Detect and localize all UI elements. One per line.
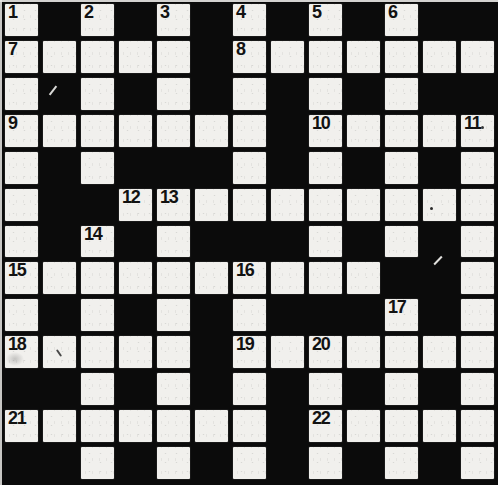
black-cell-r6c6 bbox=[233, 226, 266, 258]
white-cell-r3c0[interactable]: 9 bbox=[5, 115, 38, 147]
white-cell-r1c10[interactable] bbox=[385, 41, 418, 73]
black-cell-r2c5 bbox=[195, 78, 228, 110]
black-cell-r2c12 bbox=[461, 78, 494, 110]
black-cell-r2c3 bbox=[119, 78, 152, 110]
black-cell-r10c0 bbox=[5, 373, 38, 405]
clue-number-22: 22 bbox=[312, 408, 330, 428]
clue-number-13: 13 bbox=[160, 187, 178, 207]
white-cell-r10c6[interactable] bbox=[233, 373, 266, 405]
black-cell-r5c2 bbox=[81, 189, 114, 221]
white-cell-r1c1[interactable] bbox=[43, 41, 76, 73]
white-cell-r9c10[interactable] bbox=[385, 336, 418, 368]
white-cell-r12c6[interactable] bbox=[233, 447, 266, 479]
black-cell-r6c9 bbox=[347, 226, 380, 258]
white-cell-r3c3[interactable] bbox=[119, 115, 152, 147]
white-cell-r10c12[interactable] bbox=[461, 373, 494, 405]
white-cell-r11c4[interactable] bbox=[157, 410, 190, 442]
clue-number-6: 6 bbox=[388, 2, 397, 22]
clue-number-19: 19 bbox=[236, 334, 254, 354]
white-cell-r2c4[interactable] bbox=[157, 78, 190, 110]
white-cell-r9c3[interactable] bbox=[119, 336, 152, 368]
white-cell-r7c8[interactable] bbox=[309, 262, 342, 294]
white-cell-r6c0[interactable] bbox=[5, 226, 38, 258]
white-cell-r9c1[interactable] bbox=[43, 336, 76, 368]
white-cell-r5c12[interactable] bbox=[461, 189, 494, 221]
black-cell-r0c11 bbox=[423, 4, 456, 36]
white-cell-r3c2[interactable] bbox=[81, 115, 114, 147]
black-cell-r4c7 bbox=[271, 152, 304, 184]
black-cell-r0c1 bbox=[43, 4, 76, 36]
black-cell-r10c9 bbox=[347, 373, 380, 405]
white-cell-r0c2[interactable]: 2 bbox=[81, 4, 114, 36]
white-cell-r5c6[interactable] bbox=[233, 189, 266, 221]
white-cell-r6c8[interactable] bbox=[309, 226, 342, 258]
black-cell-r4c4 bbox=[157, 152, 190, 184]
white-cell-r6c12[interactable] bbox=[461, 226, 494, 258]
clue-number-3: 3 bbox=[160, 2, 169, 22]
white-cell-r12c2[interactable] bbox=[81, 447, 114, 479]
clue-number-16: 16 bbox=[236, 260, 254, 280]
white-cell-r8c2[interactable] bbox=[81, 299, 114, 331]
clue-number-11: 11 bbox=[464, 113, 481, 133]
black-cell-r8c3 bbox=[119, 299, 152, 331]
black-cell-r12c0 bbox=[5, 447, 38, 479]
clue-number-18: 18 bbox=[8, 334, 26, 354]
white-cell-r10c8[interactable] bbox=[309, 373, 342, 405]
white-cell-r11c8[interactable]: 22 bbox=[309, 410, 342, 442]
white-cell-r2c8[interactable] bbox=[309, 78, 342, 110]
black-cell-r8c5 bbox=[195, 299, 228, 331]
white-cell-r1c11[interactable] bbox=[423, 41, 456, 73]
black-cell-r0c3 bbox=[119, 4, 152, 36]
black-cell-r12c3 bbox=[119, 447, 152, 479]
white-cell-r9c11[interactable] bbox=[423, 336, 456, 368]
white-cell-r7c1[interactable] bbox=[43, 262, 76, 294]
white-cell-r3c11[interactable] bbox=[423, 115, 456, 147]
white-cell-r1c12[interactable] bbox=[461, 41, 494, 73]
white-cell-r8c12[interactable] bbox=[461, 299, 494, 331]
clue-number-2: 2 bbox=[84, 2, 93, 22]
white-cell-r11c12[interactable] bbox=[461, 410, 494, 442]
black-cell-r6c3 bbox=[119, 226, 152, 258]
white-cell-r3c9[interactable] bbox=[347, 115, 380, 147]
black-cell-r8c7 bbox=[271, 299, 304, 331]
white-cell-r4c12[interactable] bbox=[461, 152, 494, 184]
white-cell-r1c3[interactable] bbox=[119, 41, 152, 73]
white-cell-r5c3[interactable]: 12 bbox=[119, 189, 152, 221]
white-cell-r11c5[interactable] bbox=[195, 410, 228, 442]
white-cell-r0c10[interactable]: 6 bbox=[385, 4, 418, 36]
clue-number-14: 14 bbox=[84, 224, 102, 244]
white-cell-r0c0[interactable]: 1 bbox=[5, 4, 38, 36]
white-cell-r8c6[interactable] bbox=[233, 299, 266, 331]
black-cell-r6c1 bbox=[43, 226, 76, 258]
crossword-board: 12345678910111213141516171819202122 bbox=[0, 0, 498, 485]
black-cell-r12c5 bbox=[195, 447, 228, 479]
black-cell-r8c11 bbox=[423, 299, 456, 331]
black-cell-r5c1 bbox=[43, 189, 76, 221]
black-cell-r0c9 bbox=[347, 4, 380, 36]
white-cell-r1c2[interactable] bbox=[81, 41, 114, 73]
white-cell-r3c12[interactable]: 11 bbox=[461, 115, 494, 147]
white-cell-r5c11[interactable] bbox=[423, 189, 456, 221]
white-cell-r1c6[interactable]: 8 bbox=[233, 41, 266, 73]
white-cell-r3c1[interactable] bbox=[43, 115, 76, 147]
white-cell-r1c7[interactable] bbox=[271, 41, 304, 73]
white-cell-r7c0[interactable]: 15 bbox=[5, 262, 38, 294]
black-cell-r4c1 bbox=[43, 152, 76, 184]
black-cell-r9c5 bbox=[195, 336, 228, 368]
white-cell-r3c8[interactable]: 10 bbox=[309, 115, 342, 147]
white-cell-r7c6[interactable]: 16 bbox=[233, 262, 266, 294]
white-cell-r6c4[interactable] bbox=[157, 226, 190, 258]
clue-number-20: 20 bbox=[312, 334, 330, 354]
white-cell-r5c7[interactable] bbox=[271, 189, 304, 221]
white-cell-r9c0[interactable]: 18 bbox=[5, 336, 38, 368]
white-cell-r9c12[interactable] bbox=[461, 336, 494, 368]
white-cell-r7c5[interactable] bbox=[195, 262, 228, 294]
white-cell-r10c4[interactable] bbox=[157, 373, 190, 405]
white-cell-r5c9[interactable] bbox=[347, 189, 380, 221]
black-cell-r8c8 bbox=[309, 299, 342, 331]
black-cell-r0c7 bbox=[271, 4, 304, 36]
white-cell-r8c0[interactable] bbox=[5, 299, 38, 331]
white-cell-r0c8[interactable]: 5 bbox=[309, 4, 342, 36]
clue-number-21: 21 bbox=[8, 408, 26, 428]
white-cell-r9c7[interactable] bbox=[271, 336, 304, 368]
black-cell-r0c12 bbox=[461, 4, 494, 36]
white-cell-r3c5[interactable] bbox=[195, 115, 228, 147]
white-cell-r11c6[interactable] bbox=[233, 410, 266, 442]
black-cell-r12c9 bbox=[347, 447, 380, 479]
white-cell-r7c7[interactable] bbox=[271, 262, 304, 294]
white-cell-r1c4[interactable] bbox=[157, 41, 190, 73]
white-cell-r9c9[interactable] bbox=[347, 336, 380, 368]
clue-number-1: 1 bbox=[8, 2, 17, 22]
white-cell-r2c2[interactable] bbox=[81, 78, 114, 110]
black-cell-r1c5 bbox=[195, 41, 228, 73]
clue-number-10: 10 bbox=[312, 113, 330, 133]
white-cell-r8c10[interactable]: 17 bbox=[385, 299, 418, 331]
black-cell-r2c1 bbox=[43, 78, 76, 110]
black-cell-r11c7 bbox=[271, 410, 304, 442]
white-cell-r0c6[interactable]: 4 bbox=[233, 4, 266, 36]
white-cell-r11c1[interactable] bbox=[43, 410, 76, 442]
white-cell-r0c4[interactable]: 3 bbox=[157, 4, 190, 36]
white-cell-r10c2[interactable] bbox=[81, 373, 114, 405]
black-cell-r0c5 bbox=[195, 4, 228, 36]
black-cell-r4c9 bbox=[347, 152, 380, 184]
white-cell-r7c4[interactable] bbox=[157, 262, 190, 294]
white-cell-r6c10[interactable] bbox=[385, 226, 418, 258]
white-cell-r4c8[interactable] bbox=[309, 152, 342, 184]
black-cell-r2c11 bbox=[423, 78, 456, 110]
white-cell-r6c2[interactable]: 14 bbox=[81, 226, 114, 258]
clue-number-15: 15 bbox=[8, 260, 26, 280]
white-cell-r10c10[interactable] bbox=[385, 373, 418, 405]
white-cell-r1c0[interactable]: 7 bbox=[5, 41, 38, 73]
black-cell-r10c3 bbox=[119, 373, 152, 405]
white-cell-r11c10[interactable] bbox=[385, 410, 418, 442]
scan-edge-left bbox=[0, 0, 2, 485]
white-cell-r11c11[interactable] bbox=[423, 410, 456, 442]
white-cell-r7c2[interactable] bbox=[81, 262, 114, 294]
black-cell-r4c3 bbox=[119, 152, 152, 184]
white-cell-r12c12[interactable] bbox=[461, 447, 494, 479]
black-cell-r8c9 bbox=[347, 299, 380, 331]
white-cell-r2c10[interactable] bbox=[385, 78, 418, 110]
white-cell-r4c0[interactable] bbox=[5, 152, 38, 184]
black-cell-r3c7 bbox=[271, 115, 304, 147]
black-cell-r8c1 bbox=[43, 299, 76, 331]
white-cell-r9c6[interactable]: 19 bbox=[233, 336, 266, 368]
clue-number-4: 4 bbox=[236, 2, 245, 22]
clue-number-5: 5 bbox=[312, 2, 321, 22]
white-cell-r1c8[interactable] bbox=[309, 41, 342, 73]
clue-number-12: 12 bbox=[122, 187, 140, 207]
clue-number-17: 17 bbox=[388, 297, 406, 317]
black-cell-r12c11 bbox=[423, 447, 456, 479]
scan-edge-top bbox=[0, 0, 498, 2]
black-cell-r12c7 bbox=[271, 447, 304, 479]
black-cell-r4c5 bbox=[195, 152, 228, 184]
white-cell-r3c6[interactable] bbox=[233, 115, 266, 147]
white-cell-r4c10[interactable] bbox=[385, 152, 418, 184]
clue-number-8: 8 bbox=[236, 39, 245, 59]
white-cell-r4c6[interactable] bbox=[233, 152, 266, 184]
black-cell-r10c11 bbox=[423, 373, 456, 405]
white-cell-r1c9[interactable] bbox=[347, 41, 380, 73]
black-cell-r6c11 bbox=[423, 226, 456, 258]
white-cell-r4c2[interactable] bbox=[81, 152, 114, 184]
white-cell-r8c4[interactable] bbox=[157, 299, 190, 331]
black-cell-r10c7 bbox=[271, 373, 304, 405]
white-cell-r5c5[interactable] bbox=[195, 189, 228, 221]
black-cell-r6c5 bbox=[195, 226, 228, 258]
white-cell-r3c10[interactable] bbox=[385, 115, 418, 147]
black-cell-r4c11 bbox=[423, 152, 456, 184]
white-cell-r2c6[interactable] bbox=[233, 78, 266, 110]
white-cell-r12c4[interactable] bbox=[157, 447, 190, 479]
white-cell-r9c4[interactable] bbox=[157, 336, 190, 368]
clue-number-9: 9 bbox=[8, 113, 17, 133]
black-cell-r7c11 bbox=[423, 262, 456, 294]
black-cell-r12c1 bbox=[43, 447, 76, 479]
white-cell-r11c2[interactable] bbox=[81, 410, 114, 442]
white-cell-r7c12[interactable] bbox=[461, 262, 494, 294]
white-cell-r2c0[interactable] bbox=[5, 78, 38, 110]
white-cell-r9c8[interactable]: 20 bbox=[309, 336, 342, 368]
white-cell-r12c8[interactable] bbox=[309, 447, 342, 479]
white-cell-r5c4[interactable]: 13 bbox=[157, 189, 190, 221]
black-cell-r6c7 bbox=[271, 226, 304, 258]
white-cell-r7c9[interactable] bbox=[347, 262, 380, 294]
white-cell-r7c3[interactable] bbox=[119, 262, 152, 294]
white-cell-r12c10[interactable] bbox=[385, 447, 418, 479]
black-cell-r10c1 bbox=[43, 373, 76, 405]
black-cell-r7c10 bbox=[385, 262, 418, 294]
black-cell-r2c7 bbox=[271, 78, 304, 110]
white-cell-r9c2[interactable] bbox=[81, 336, 114, 368]
white-cell-r5c10[interactable] bbox=[385, 189, 418, 221]
crossword-grid: 12345678910111213141516171819202122 bbox=[2, 2, 498, 485]
clue-number-7: 7 bbox=[8, 39, 17, 59]
black-cell-r10c5 bbox=[195, 373, 228, 405]
black-cell-r2c9 bbox=[347, 78, 380, 110]
white-cell-r5c8[interactable] bbox=[309, 189, 342, 221]
white-cell-r3c4[interactable] bbox=[157, 115, 190, 147]
white-cell-r11c9[interactable] bbox=[347, 410, 380, 442]
white-cell-r5c0[interactable] bbox=[5, 189, 38, 221]
white-cell-r11c3[interactable] bbox=[119, 410, 152, 442]
white-cell-r11c0[interactable]: 21 bbox=[5, 410, 38, 442]
